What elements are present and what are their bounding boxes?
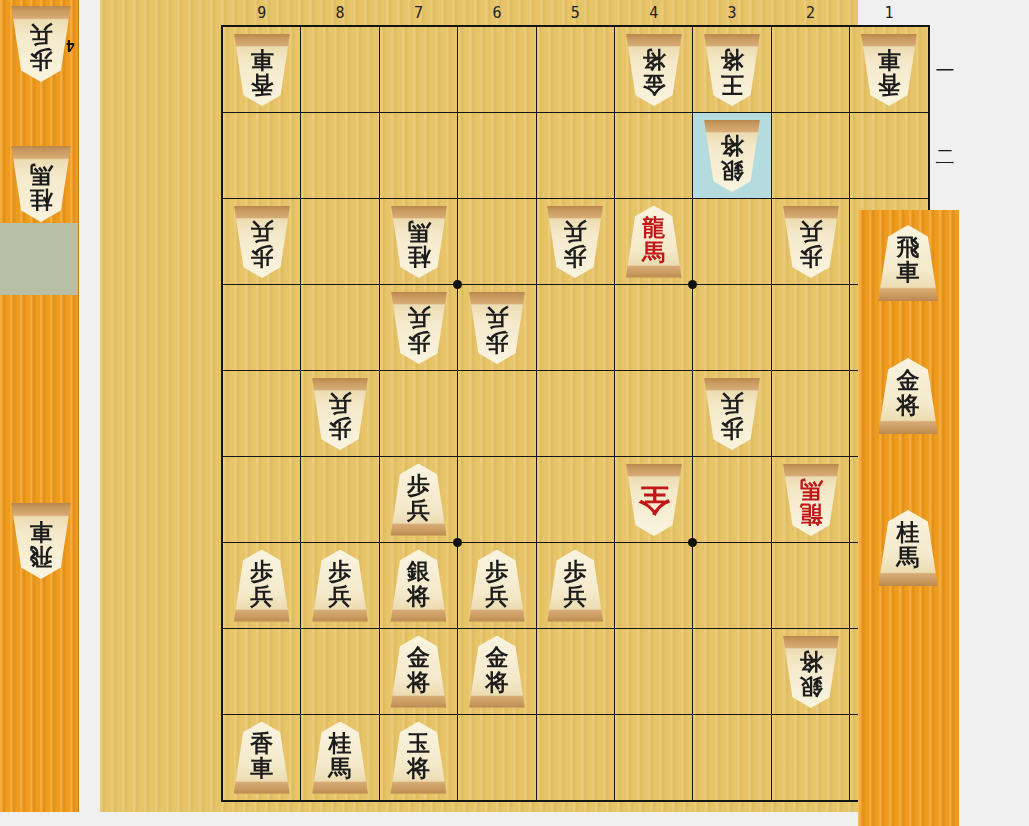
piece-kanji: 車 — [30, 519, 53, 544]
square-4-4[interactable] — [615, 285, 692, 370]
empty-hand-slot — [0, 223, 78, 295]
piece-kanji: 香 — [877, 72, 900, 97]
piece-kanji: 兵 — [30, 22, 53, 47]
square-5-9[interactable] — [537, 715, 614, 800]
shogi-app: 歩兵4桂馬飛車 987654321一二三四五六七八九香車金将王将香車銀将歩兵桂馬… — [0, 0, 1029, 826]
piece-kanji: 車 — [250, 47, 273, 72]
piece-kanji: 玉 — [407, 731, 430, 756]
shogi-board: 987654321一二三四五六七八九香車金将王将香車銀将歩兵桂馬歩兵龍馬歩兵歩兵… — [100, 0, 858, 812]
file-label-9: 9 — [240, 2, 284, 24]
square-5-2[interactable] — [537, 113, 614, 198]
gote-captured-pieces-tray: 歩兵4桂馬飛車 — [0, 0, 79, 812]
piece-kanji: 将 — [485, 670, 508, 695]
square-9-2[interactable] — [223, 113, 300, 198]
piece-kanji: 車 — [897, 260, 920, 285]
piece-kanji: 歩 — [485, 559, 508, 584]
file-label-6: 6 — [475, 2, 519, 24]
square-2-2[interactable] — [772, 113, 849, 198]
square-6-1[interactable] — [458, 27, 535, 112]
piece-kanji: 龍 — [799, 502, 822, 527]
square-3-7[interactable] — [693, 543, 770, 628]
square-1-2[interactable] — [850, 113, 927, 198]
piece-kanji: 王 — [721, 72, 744, 97]
piece-kanji: 歩 — [250, 244, 273, 269]
piece-kanji: 歩 — [485, 330, 508, 355]
piece-kanji: 金 — [407, 645, 430, 670]
piece-kanji: 将 — [721, 133, 744, 158]
file-label-4: 4 — [632, 2, 676, 24]
piece-kanji: 歩 — [329, 416, 352, 441]
square-7-5[interactable] — [380, 371, 457, 456]
shogi-piece-sente-金将[interactable]: 金将 — [877, 358, 939, 434]
square-2-4[interactable] — [772, 285, 849, 370]
sente-captured-pieces-tray: 飛車金将桂馬 — [858, 210, 959, 826]
square-2-1[interactable] — [772, 27, 849, 112]
piece-kanji: 歩 — [329, 559, 352, 584]
square-9-8[interactable] — [223, 629, 300, 714]
square-6-2[interactable] — [458, 113, 535, 198]
piece-kanji: 兵 — [407, 498, 430, 523]
piece-kanji: 兵 — [485, 584, 508, 609]
piece-kanji: 桂 — [30, 187, 53, 212]
piece-kanji: 兵 — [407, 305, 430, 330]
square-4-9[interactable] — [615, 715, 692, 800]
piece-kanji: 車 — [877, 47, 900, 72]
piece-kanji: 兵 — [564, 584, 587, 609]
piece-kanji: 兵 — [250, 219, 273, 244]
square-5-1[interactable] — [537, 27, 614, 112]
piece-kanji: 桂 — [407, 244, 430, 269]
shogi-piece-gote-桂馬[interactable]: 桂馬 — [10, 146, 72, 222]
shogi-piece-gote-歩兵[interactable]: 歩兵 — [10, 6, 72, 82]
square-3-8[interactable] — [693, 629, 770, 714]
square-8-1[interactable] — [301, 27, 378, 112]
piece-kanji: 馬 — [897, 545, 920, 570]
piece-kanji: 銀 — [799, 674, 822, 699]
square-6-9[interactable] — [458, 715, 535, 800]
piece-kanji: 歩 — [30, 47, 53, 72]
piece-kanji: 将 — [642, 47, 665, 72]
square-3-6[interactable] — [693, 457, 770, 542]
shogi-piece-sente-飛車[interactable]: 飛車 — [877, 225, 939, 301]
square-3-9[interactable] — [693, 715, 770, 800]
file-label-8: 8 — [318, 2, 362, 24]
piece-kanji: 金 — [642, 72, 665, 97]
square-5-5[interactable] — [537, 371, 614, 456]
piece-kanji: 兵 — [329, 584, 352, 609]
square-5-4[interactable] — [537, 285, 614, 370]
piece-kanji: 兵 — [564, 219, 587, 244]
piece-kanji: 歩 — [799, 244, 822, 269]
file-label-3: 3 — [710, 2, 754, 24]
piece-kanji: 金 — [897, 368, 920, 393]
rank-label-1: 一 — [932, 57, 958, 83]
piece-kanji: 飛 — [30, 544, 53, 569]
piece-kanji: 歩 — [721, 416, 744, 441]
square-4-8[interactable] — [615, 629, 692, 714]
square-8-3[interactable] — [301, 199, 378, 284]
piece-kanji: 兵 — [329, 391, 352, 416]
rank-label-2: 二 — [932, 143, 958, 169]
square-3-3[interactable] — [693, 199, 770, 284]
square-9-5[interactable] — [223, 371, 300, 456]
square-4-5[interactable] — [615, 371, 692, 456]
hand-piece-count: 4 — [66, 36, 75, 54]
piece-kanji: 兵 — [250, 584, 273, 609]
piece-kanji: 馬 — [30, 162, 53, 187]
square-7-1[interactable] — [380, 27, 457, 112]
piece-kanji: 将 — [407, 670, 430, 695]
piece-kanji: 馬 — [329, 756, 352, 781]
file-label-2: 2 — [789, 2, 833, 24]
piece-kanji: 香 — [250, 731, 273, 756]
piece-kanji: 飛 — [897, 235, 920, 260]
square-2-7[interactable] — [772, 543, 849, 628]
file-label-1: 1 — [867, 2, 911, 24]
piece-kanji: 兵 — [721, 391, 744, 416]
piece-kanji: 全 — [638, 483, 670, 517]
shogi-piece-sente-桂馬[interactable]: 桂馬 — [877, 510, 939, 586]
square-2-5[interactable] — [772, 371, 849, 456]
square-5-8[interactable] — [537, 629, 614, 714]
square-3-4[interactable] — [693, 285, 770, 370]
piece-kanji: 将 — [897, 393, 920, 418]
piece-kanji: 金 — [485, 645, 508, 670]
piece-kanji: 将 — [799, 649, 822, 674]
square-9-6[interactable] — [223, 457, 300, 542]
file-label-7: 7 — [397, 2, 441, 24]
piece-kanji: 龍 — [642, 215, 665, 240]
piece-kanji: 桂 — [329, 731, 352, 756]
square-2-9[interactable] — [772, 715, 849, 800]
piece-kanji: 歩 — [250, 559, 273, 584]
square-7-2[interactable] — [380, 113, 457, 198]
piece-kanji: 銀 — [407, 559, 430, 584]
piece-kanji: 将 — [407, 756, 430, 781]
square-8-6[interactable] — [301, 457, 378, 542]
piece-kanji: 馬 — [642, 240, 665, 265]
shogi-piece-gote-飛車[interactable]: 飛車 — [10, 503, 72, 579]
piece-kanji: 銀 — [721, 158, 744, 183]
piece-kanji: 桂 — [897, 520, 920, 545]
square-6-6[interactable] — [458, 457, 535, 542]
square-6-3[interactable] — [458, 199, 535, 284]
square-4-2[interactable] — [615, 113, 692, 198]
piece-kanji: 将 — [407, 584, 430, 609]
piece-kanji: 兵 — [799, 219, 822, 244]
piece-kanji: 歩 — [564, 244, 587, 269]
piece-kanji: 車 — [250, 756, 273, 781]
piece-kanji: 歩 — [564, 559, 587, 584]
piece-kanji: 歩 — [407, 473, 430, 498]
square-8-8[interactable] — [301, 629, 378, 714]
square-8-2[interactable] — [301, 113, 378, 198]
square-6-5[interactable] — [458, 371, 535, 456]
square-4-7[interactable] — [615, 543, 692, 628]
piece-kanji: 香 — [250, 72, 273, 97]
square-9-4[interactable] — [223, 285, 300, 370]
piece-kanji: 馬 — [407, 219, 430, 244]
piece-kanji: 兵 — [485, 305, 508, 330]
piece-kanji: 馬 — [799, 477, 822, 502]
piece-kanji: 歩 — [407, 330, 430, 355]
square-5-6[interactable] — [537, 457, 614, 542]
file-label-5: 5 — [553, 2, 597, 24]
square-8-4[interactable] — [301, 285, 378, 370]
piece-kanji: 将 — [721, 47, 744, 72]
